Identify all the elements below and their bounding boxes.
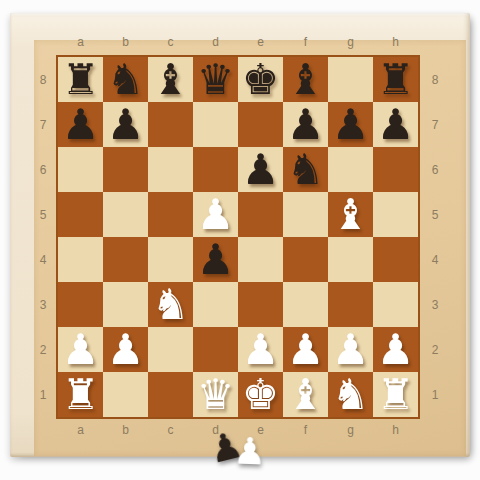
square-e2[interactable]: ♟ <box>238 327 283 372</box>
square-a6[interactable] <box>58 147 103 192</box>
piece-black-pawn-a7[interactable]: ♟ <box>62 104 100 146</box>
file-label-top-c: c <box>148 33 193 51</box>
square-g1[interactable]: ♞ <box>328 372 373 417</box>
square-g2[interactable]: ♟ <box>328 327 373 372</box>
piece-white-knight-c3[interactable]: ♞ <box>152 284 190 326</box>
piece-white-queen-d1[interactable]: ♛ <box>197 374 235 416</box>
square-d5[interactable]: ♟ <box>193 192 238 237</box>
square-e5[interactable] <box>238 192 283 237</box>
piece-black-knight-b8[interactable]: ♞ <box>107 59 145 101</box>
square-a1[interactable]: ♜ <box>58 372 103 417</box>
square-c5[interactable] <box>148 192 193 237</box>
square-b3[interactable] <box>103 282 148 327</box>
piece-black-rook-a8[interactable]: ♜ <box>62 59 100 101</box>
rank-label-left-5: 5 <box>32 192 54 237</box>
piece-black-knight-f6[interactable]: ♞ <box>287 149 325 191</box>
square-a2[interactable]: ♟ <box>58 327 103 372</box>
square-e1[interactable]: ♚ <box>238 372 283 417</box>
file-label-top-g: g <box>328 33 373 51</box>
square-b8[interactable]: ♞ <box>103 57 148 102</box>
rank-label-right-2: 2 <box>424 327 446 372</box>
piece-white-bishop-f1[interactable]: ♝ <box>287 374 325 416</box>
piece-white-king-e1[interactable]: ♚ <box>242 374 280 416</box>
piece-white-bishop-g5[interactable]: ♝ <box>332 194 370 236</box>
square-h6[interactable] <box>373 147 418 192</box>
square-f3[interactable] <box>283 282 328 327</box>
square-b2[interactable]: ♟ <box>103 327 148 372</box>
square-b4[interactable] <box>103 237 148 282</box>
tray-pawn-white[interactable]: ♟ <box>232 432 266 470</box>
file-label-top-h: h <box>373 33 418 51</box>
rank-label-left-8: 8 <box>32 57 54 102</box>
file-label-top-d: d <box>193 33 238 51</box>
square-d6[interactable] <box>193 147 238 192</box>
square-h3[interactable] <box>373 282 418 327</box>
square-c6[interactable] <box>148 147 193 192</box>
piece-white-rook-h1[interactable]: ♜ <box>377 374 415 416</box>
square-e7[interactable] <box>238 102 283 147</box>
square-d8[interactable]: ♛ <box>193 57 238 102</box>
file-labels-top: abcdefgh <box>58 33 418 51</box>
square-c8[interactable]: ♝ <box>148 57 193 102</box>
piece-white-pawn-g2[interactable]: ♟ <box>332 329 370 371</box>
piece-black-pawn-e6[interactable]: ♟ <box>242 149 280 191</box>
file-label-top-f: f <box>283 33 328 51</box>
piece-white-pawn-b2[interactable]: ♟ <box>107 329 145 371</box>
file-label-bottom-c: c <box>148 421 193 439</box>
square-a8[interactable]: ♜ <box>58 57 103 102</box>
playing-field: ♜♞♝♛♚♝♜♟♟♟♟♟♟♞♟♝♟♞♟♟♟♟♟♟♜♛♚♝♞♜ <box>56 55 420 419</box>
square-g3[interactable] <box>328 282 373 327</box>
square-c3[interactable]: ♞ <box>148 282 193 327</box>
square-h7[interactable]: ♟ <box>373 102 418 147</box>
piece-white-pawn-h2[interactable]: ♟ <box>377 329 415 371</box>
piece-black-rook-h8[interactable]: ♜ <box>377 59 415 101</box>
rank-labels-right: 87654321 <box>424 57 446 417</box>
rank-label-left-1: 1 <box>32 372 54 417</box>
square-f1[interactable]: ♝ <box>283 372 328 417</box>
piece-black-pawn-d4[interactable]: ♟ <box>197 239 235 281</box>
rank-label-right-8: 8 <box>424 57 446 102</box>
square-e6[interactable]: ♟ <box>238 147 283 192</box>
square-h8[interactable]: ♜ <box>373 57 418 102</box>
rank-label-left-6: 6 <box>32 147 54 192</box>
piece-white-knight-g1[interactable]: ♞ <box>332 374 370 416</box>
rank-label-left-3: 3 <box>32 282 54 327</box>
square-b1[interactable] <box>103 372 148 417</box>
square-c7[interactable] <box>148 102 193 147</box>
piece-white-pawn-a2[interactable]: ♟ <box>62 329 100 371</box>
piece-white-rook-a1[interactable]: ♜ <box>62 374 100 416</box>
file-label-bottom-a: a <box>58 421 103 439</box>
piece-white-pawn-f2[interactable]: ♟ <box>287 329 325 371</box>
square-f7[interactable]: ♟ <box>283 102 328 147</box>
square-e8[interactable]: ♚ <box>238 57 283 102</box>
square-f5[interactable] <box>283 192 328 237</box>
piece-black-queen-d8[interactable]: ♛ <box>197 59 235 101</box>
rank-label-right-5: 5 <box>424 192 446 237</box>
board-grid: ♜♞♝♛♚♝♜♟♟♟♟♟♟♞♟♝♟♞♟♟♟♟♟♟♜♛♚♝♞♜ <box>58 57 418 417</box>
square-h1[interactable]: ♜ <box>373 372 418 417</box>
file-label-bottom-f: f <box>283 421 328 439</box>
square-h5[interactable] <box>373 192 418 237</box>
square-d4[interactable]: ♟ <box>193 237 238 282</box>
square-h2[interactable]: ♟ <box>373 327 418 372</box>
rank-label-left-7: 7 <box>32 102 54 147</box>
rank-label-right-6: 6 <box>424 147 446 192</box>
square-f4[interactable] <box>283 237 328 282</box>
square-g8[interactable] <box>328 57 373 102</box>
square-g7[interactable]: ♟ <box>328 102 373 147</box>
piece-black-king-e8[interactable]: ♚ <box>242 59 280 101</box>
square-c4[interactable] <box>148 237 193 282</box>
file-label-top-a: a <box>58 33 103 51</box>
piece-white-pawn-d5[interactable]: ♟ <box>197 194 235 236</box>
rank-labels-left: 87654321 <box>32 57 54 417</box>
rank-label-right-3: 3 <box>424 282 446 327</box>
piece-black-pawn-h7[interactable]: ♟ <box>377 104 415 146</box>
square-b6[interactable] <box>103 147 148 192</box>
square-a4[interactable] <box>58 237 103 282</box>
square-e4[interactable] <box>238 237 283 282</box>
piece-black-pawn-b7[interactable]: ♟ <box>107 104 145 146</box>
rank-label-right-4: 4 <box>424 237 446 282</box>
square-a3[interactable] <box>58 282 103 327</box>
rank-label-left-4: 4 <box>32 237 54 282</box>
square-b7[interactable]: ♟ <box>103 102 148 147</box>
piece-black-bishop-f8[interactable]: ♝ <box>287 59 325 101</box>
square-d3[interactable] <box>193 282 238 327</box>
piece-black-bishop-c8[interactable]: ♝ <box>152 59 190 101</box>
file-label-top-b: b <box>103 33 148 51</box>
piece-white-pawn-e2[interactable]: ♟ <box>242 329 280 371</box>
square-b5[interactable] <box>103 192 148 237</box>
file-label-bottom-b: b <box>103 421 148 439</box>
square-c2[interactable] <box>148 327 193 372</box>
piece-black-pawn-f7[interactable]: ♟ <box>287 104 325 146</box>
rank-label-left-2: 2 <box>32 327 54 372</box>
square-a5[interactable] <box>58 192 103 237</box>
square-g5[interactable]: ♝ <box>328 192 373 237</box>
rank-label-right-1: 1 <box>424 372 446 417</box>
square-d1[interactable]: ♛ <box>193 372 238 417</box>
rank-label-right-7: 7 <box>424 102 446 147</box>
square-f2[interactable]: ♟ <box>283 327 328 372</box>
square-c1[interactable] <box>148 372 193 417</box>
file-label-bottom-g: g <box>328 421 373 439</box>
square-d2[interactable] <box>193 327 238 372</box>
square-g6[interactable] <box>328 147 373 192</box>
square-f6[interactable]: ♞ <box>283 147 328 192</box>
square-h4[interactable] <box>373 237 418 282</box>
file-label-bottom-h: h <box>373 421 418 439</box>
file-label-top-e: e <box>238 33 283 51</box>
square-d7[interactable] <box>193 102 238 147</box>
square-g4[interactable] <box>328 237 373 282</box>
piece-black-pawn-g7[interactable]: ♟ <box>332 104 370 146</box>
square-e3[interactable] <box>238 282 283 327</box>
square-f8[interactable]: ♝ <box>283 57 328 102</box>
square-a7[interactable]: ♟ <box>58 102 103 147</box>
